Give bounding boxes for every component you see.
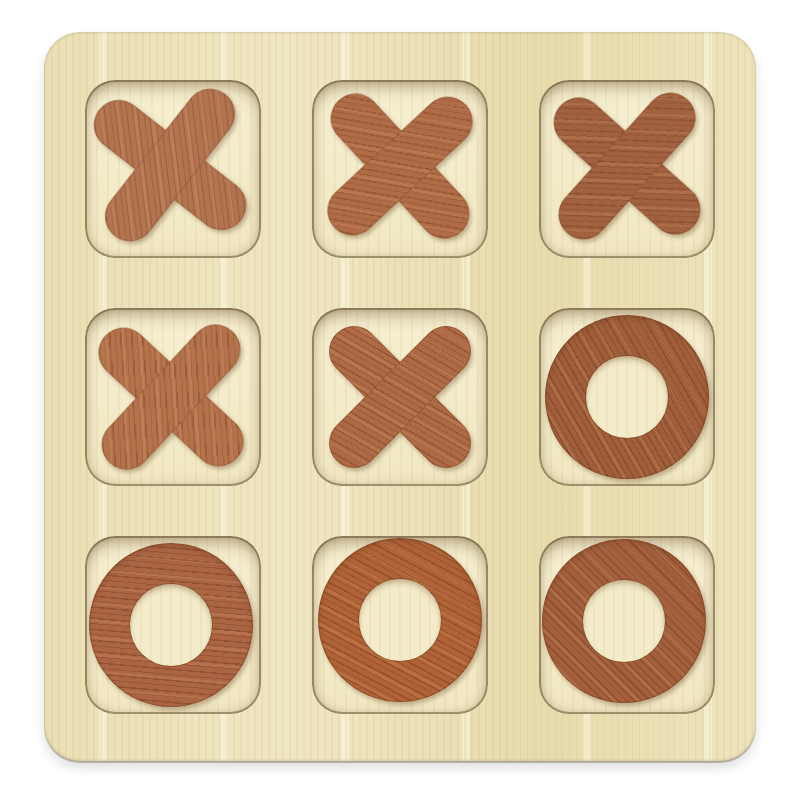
cell-r2c2[interactable]: [312, 308, 488, 486]
piece-x[interactable]: [80, 305, 262, 487]
cell-r3c2[interactable]: [312, 536, 488, 714]
piece-o[interactable]: [542, 539, 706, 703]
cell-r3c3[interactable]: [539, 536, 715, 714]
piece-o-hole: [586, 356, 668, 438]
cell-r1c1[interactable]: [85, 80, 261, 258]
piece-o-hole: [130, 584, 212, 666]
cell-r2c3[interactable]: [539, 308, 715, 486]
piece-x[interactable]: [535, 73, 720, 258]
piece-x[interactable]: [72, 66, 268, 262]
piece-x[interactable]: [309, 74, 491, 256]
cell-r1c3[interactable]: [539, 80, 715, 258]
game-board: [44, 32, 756, 761]
cell-r1c2[interactable]: [312, 80, 488, 258]
cell-r3c1[interactable]: [85, 536, 261, 714]
cell-r2c1[interactable]: [85, 308, 261, 486]
piece-o-hole: [583, 580, 665, 662]
board-grid: [44, 32, 756, 761]
piece-x[interactable]: [312, 309, 488, 485]
piece-o[interactable]: [545, 315, 709, 479]
piece-o[interactable]: [318, 538, 482, 702]
piece-o[interactable]: [89, 543, 253, 707]
piece-o-hole: [359, 579, 441, 661]
